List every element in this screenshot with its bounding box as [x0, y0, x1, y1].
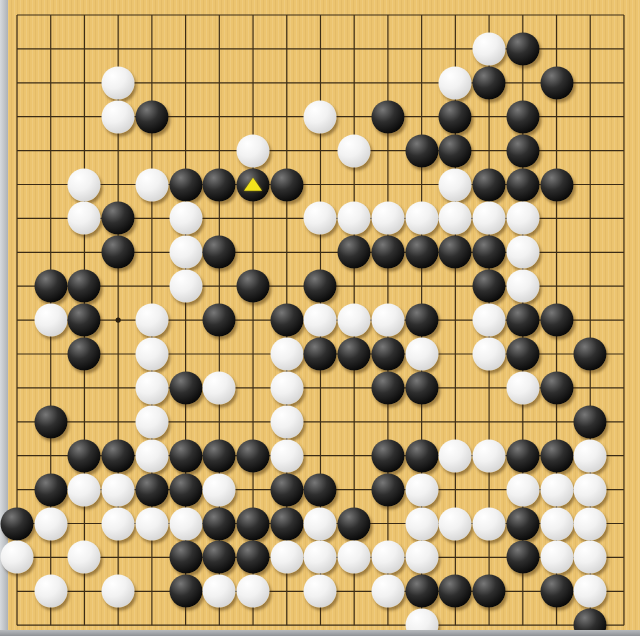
white-stone[interactable] — [135, 439, 168, 472]
white-stone[interactable] — [34, 507, 67, 540]
black-stone[interactable] — [540, 439, 573, 472]
black-stone[interactable] — [34, 270, 67, 303]
black-stone[interactable] — [371, 338, 404, 371]
black-stone[interactable] — [169, 168, 202, 201]
black-stone[interactable] — [405, 575, 438, 608]
white-stone[interactable] — [540, 473, 573, 506]
white-stone[interactable] — [371, 541, 404, 574]
white-stone[interactable] — [574, 507, 607, 540]
black-stone[interactable] — [169, 575, 202, 608]
black-stone[interactable] — [371, 371, 404, 404]
white-stone[interactable] — [135, 507, 168, 540]
white-stone[interactable] — [102, 66, 135, 99]
white-stone[interactable] — [1, 541, 34, 574]
white-stone[interactable] — [68, 168, 101, 201]
black-stone[interactable] — [169, 541, 202, 574]
black-stone[interactable] — [270, 473, 303, 506]
black-stone[interactable] — [473, 66, 506, 99]
white-stone[interactable] — [270, 338, 303, 371]
white-stone[interactable] — [540, 507, 573, 540]
black-stone[interactable] — [371, 473, 404, 506]
white-stone[interactable] — [68, 473, 101, 506]
white-stone[interactable] — [371, 575, 404, 608]
white-stone[interactable] — [371, 202, 404, 235]
white-stone[interactable] — [338, 304, 371, 337]
black-stone[interactable] — [270, 304, 303, 337]
black-stone[interactable] — [405, 236, 438, 269]
black-stone[interactable] — [203, 507, 236, 540]
white-stone[interactable] — [237, 134, 270, 167]
black-stone[interactable] — [405, 371, 438, 404]
black-stone[interactable] — [68, 270, 101, 303]
white-stone[interactable] — [102, 507, 135, 540]
black-stone[interactable] — [237, 507, 270, 540]
white-stone[interactable] — [405, 507, 438, 540]
black-stone[interactable] — [102, 439, 135, 472]
white-stone[interactable] — [506, 202, 539, 235]
black-stone[interactable] — [102, 236, 135, 269]
white-stone[interactable] — [439, 439, 472, 472]
white-stone[interactable] — [203, 575, 236, 608]
white-stone[interactable] — [270, 371, 303, 404]
black-stone[interactable] — [371, 100, 404, 133]
black-stone[interactable] — [203, 168, 236, 201]
black-stone[interactable] — [439, 100, 472, 133]
white-stone[interactable] — [203, 473, 236, 506]
black-stone[interactable] — [237, 270, 270, 303]
black-stone[interactable] — [371, 236, 404, 269]
white-stone[interactable] — [371, 304, 404, 337]
black-stone[interactable] — [439, 236, 472, 269]
black-stone[interactable] — [203, 304, 236, 337]
black-stone[interactable] — [473, 270, 506, 303]
white-stone[interactable] — [34, 575, 67, 608]
white-stone[interactable] — [304, 541, 337, 574]
black-stone[interactable] — [304, 338, 337, 371]
white-stone[interactable] — [169, 507, 202, 540]
black-stone[interactable] — [338, 338, 371, 371]
white-stone[interactable] — [135, 405, 168, 438]
white-stone[interactable] — [405, 202, 438, 235]
white-stone[interactable] — [439, 202, 472, 235]
black-stone[interactable] — [169, 473, 202, 506]
black-stone[interactable] — [203, 541, 236, 574]
white-stone[interactable] — [135, 371, 168, 404]
black-stone[interactable] — [203, 236, 236, 269]
black-stone[interactable] — [473, 575, 506, 608]
black-stone[interactable] — [169, 371, 202, 404]
white-stone[interactable] — [439, 507, 472, 540]
black-stone[interactable] — [237, 541, 270, 574]
white-stone[interactable] — [135, 338, 168, 371]
black-stone[interactable] — [506, 168, 539, 201]
black-stone[interactable] — [540, 168, 573, 201]
white-stone[interactable] — [237, 575, 270, 608]
white-stone[interactable] — [473, 338, 506, 371]
white-stone[interactable] — [338, 202, 371, 235]
black-stone[interactable] — [237, 439, 270, 472]
black-stone[interactable] — [1, 507, 34, 540]
white-stone[interactable] — [506, 236, 539, 269]
black-stone[interactable] — [135, 473, 168, 506]
white-stone[interactable] — [439, 66, 472, 99]
black-stone[interactable] — [506, 100, 539, 133]
black-stone[interactable] — [338, 236, 371, 269]
black-stone[interactable] — [68, 338, 101, 371]
black-stone[interactable] — [169, 439, 202, 472]
black-stone[interactable] — [439, 134, 472, 167]
black-stone[interactable] — [203, 439, 236, 472]
black-stone[interactable] — [68, 439, 101, 472]
white-stone[interactable] — [540, 541, 573, 574]
white-stone[interactable] — [405, 338, 438, 371]
white-stone[interactable] — [102, 575, 135, 608]
white-stone[interactable] — [304, 202, 337, 235]
black-stone[interactable] — [506, 32, 539, 65]
black-stone[interactable] — [540, 304, 573, 337]
black-stone[interactable] — [574, 338, 607, 371]
white-stone[interactable] — [169, 236, 202, 269]
white-stone[interactable] — [270, 439, 303, 472]
black-stone[interactable] — [34, 473, 67, 506]
white-stone[interactable] — [68, 202, 101, 235]
white-stone[interactable] — [270, 541, 303, 574]
white-stone[interactable] — [439, 168, 472, 201]
white-stone[interactable] — [574, 439, 607, 472]
white-stone[interactable] — [574, 473, 607, 506]
black-stone[interactable] — [506, 304, 539, 337]
white-stone[interactable] — [203, 371, 236, 404]
white-stone[interactable] — [135, 168, 168, 201]
white-stone[interactable] — [338, 541, 371, 574]
white-stone[interactable] — [405, 541, 438, 574]
white-stone[interactable] — [169, 202, 202, 235]
white-stone[interactable] — [506, 473, 539, 506]
black-stone[interactable] — [473, 168, 506, 201]
black-stone[interactable] — [506, 134, 539, 167]
black-stone[interactable] — [574, 405, 607, 438]
black-stone[interactable] — [506, 338, 539, 371]
white-stone[interactable] — [34, 304, 67, 337]
white-stone[interactable] — [473, 304, 506, 337]
black-stone[interactable] — [540, 66, 573, 99]
black-stone[interactable] — [405, 304, 438, 337]
white-stone[interactable] — [304, 304, 337, 337]
black-stone[interactable] — [102, 202, 135, 235]
white-stone[interactable] — [102, 100, 135, 133]
window-bottom-edge — [0, 630, 640, 636]
black-stone[interactable] — [338, 507, 371, 540]
triangle-marker-icon — [244, 177, 262, 190]
white-stone[interactable] — [338, 134, 371, 167]
white-stone[interactable] — [68, 541, 101, 574]
black-stone[interactable] — [34, 405, 67, 438]
black-stone[interactable] — [439, 575, 472, 608]
black-stone[interactable] — [371, 439, 404, 472]
black-stone[interactable] — [405, 134, 438, 167]
white-stone[interactable] — [304, 100, 337, 133]
black-stone[interactable] — [135, 100, 168, 133]
black-stone[interactable] — [68, 304, 101, 337]
white-stone[interactable] — [506, 371, 539, 404]
white-stone[interactable] — [169, 270, 202, 303]
white-stone[interactable] — [135, 304, 168, 337]
black-stone[interactable] — [270, 507, 303, 540]
black-stone[interactable] — [304, 270, 337, 303]
white-stone[interactable] — [102, 473, 135, 506]
black-stone[interactable] — [506, 439, 539, 472]
white-stone[interactable] — [304, 575, 337, 608]
white-stone[interactable] — [270, 405, 303, 438]
black-stone[interactable] — [506, 507, 539, 540]
white-stone[interactable] — [473, 439, 506, 472]
black-stone[interactable] — [540, 575, 573, 608]
white-stone[interactable] — [574, 541, 607, 574]
white-stone[interactable] — [304, 507, 337, 540]
window-left-edge — [0, 0, 8, 636]
black-stone[interactable] — [506, 541, 539, 574]
white-stone[interactable] — [506, 270, 539, 303]
white-stone[interactable] — [473, 202, 506, 235]
white-stone[interactable] — [473, 32, 506, 65]
white-stone[interactable] — [473, 507, 506, 540]
black-stone[interactable] — [473, 236, 506, 269]
black-stone[interactable] — [405, 439, 438, 472]
black-stone[interactable] — [270, 168, 303, 201]
go-board[interactable] — [8, 0, 640, 631]
black-stone[interactable] — [304, 473, 337, 506]
white-stone[interactable] — [405, 473, 438, 506]
black-stone[interactable] — [540, 371, 573, 404]
white-stone[interactable] — [574, 575, 607, 608]
